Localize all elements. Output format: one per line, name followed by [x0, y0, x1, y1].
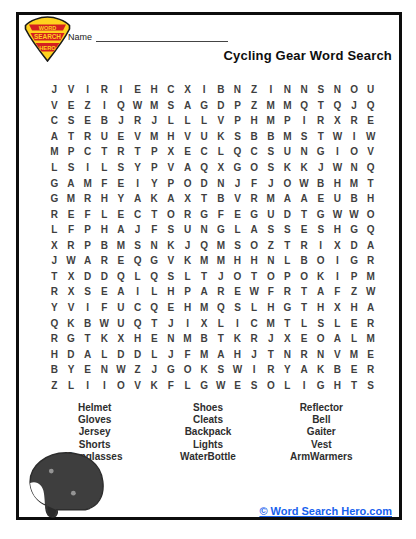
- grid-letter[interactable]: X: [113, 331, 130, 347]
- grid-letter[interactable]: P: [79, 238, 96, 254]
- grid-letter[interactable]: U: [113, 315, 130, 331]
- grid-letter[interactable]: O: [262, 269, 279, 285]
- grid-letter[interactable]: V: [362, 144, 379, 160]
- grid-letter[interactable]: M: [346, 346, 363, 362]
- grid-letter[interactable]: A: [212, 346, 229, 362]
- grid-letter[interactable]: J: [163, 346, 180, 362]
- grid-letter[interactable]: E: [163, 300, 180, 316]
- grid-letter[interactable]: V: [63, 82, 80, 98]
- grid-letter[interactable]: A: [329, 331, 346, 347]
- grid-letter[interactable]: H: [329, 377, 346, 393]
- grid-letter[interactable]: G: [346, 222, 363, 238]
- grid-letter[interactable]: A: [362, 300, 379, 316]
- grid-letter[interactable]: S: [129, 238, 146, 254]
- grid-letter[interactable]: R: [79, 129, 96, 145]
- grid-letter[interactable]: X: [329, 113, 346, 129]
- name-blank-line[interactable]: [96, 31, 228, 42]
- grid-letter[interactable]: Z: [246, 82, 263, 98]
- grid-letter[interactable]: O: [312, 331, 329, 347]
- grid-letter[interactable]: K: [146, 191, 163, 207]
- grid-letter[interactable]: T: [279, 238, 296, 254]
- grid-letter[interactable]: L: [46, 160, 63, 176]
- grid-letter[interactable]: L: [212, 144, 229, 160]
- grid-letter[interactable]: N: [163, 331, 180, 347]
- grid-letter[interactable]: M: [262, 113, 279, 129]
- grid-letter[interactable]: S: [262, 222, 279, 238]
- grid-letter[interactable]: M: [212, 253, 229, 269]
- grid-letter[interactable]: L: [96, 346, 113, 362]
- grid-letter[interactable]: M: [262, 191, 279, 207]
- grid-letter[interactable]: V: [179, 129, 196, 145]
- grid-letter[interactable]: P: [79, 222, 96, 238]
- grid-letter[interactable]: A: [246, 222, 263, 238]
- grid-letter[interactable]: T: [146, 315, 163, 331]
- grid-letter[interactable]: C: [246, 144, 263, 160]
- grid-letter[interactable]: G: [312, 144, 329, 160]
- grid-letter[interactable]: Q: [362, 222, 379, 238]
- grid-letter[interactable]: E: [96, 284, 113, 300]
- grid-letter[interactable]: O: [163, 206, 180, 222]
- grid-letter[interactable]: P: [279, 269, 296, 285]
- grid-letter[interactable]: T: [362, 175, 379, 191]
- grid-letter[interactable]: Q: [46, 315, 63, 331]
- grid-letter[interactable]: I: [312, 238, 329, 254]
- grid-letter[interactable]: Z: [262, 238, 279, 254]
- grid-letter[interactable]: H: [46, 346, 63, 362]
- grid-letter[interactable]: S: [312, 82, 329, 98]
- grid-letter[interactable]: O: [179, 362, 196, 378]
- grid-letter[interactable]: P: [179, 284, 196, 300]
- grid-letter[interactable]: F: [179, 346, 196, 362]
- grid-letter[interactable]: P: [146, 160, 163, 176]
- grid-letter[interactable]: B: [196, 331, 213, 347]
- grid-letter[interactable]: H: [362, 191, 379, 207]
- grid-letter[interactable]: I: [296, 377, 313, 393]
- grid-letter[interactable]: E: [63, 206, 80, 222]
- grid-letter[interactable]: C: [46, 113, 63, 129]
- grid-letter[interactable]: I: [113, 82, 130, 98]
- grid-letter[interactable]: U: [262, 206, 279, 222]
- grid-letter[interactable]: A: [296, 191, 313, 207]
- grid-letter[interactable]: L: [196, 113, 213, 129]
- grid-letter[interactable]: H: [129, 331, 146, 347]
- grid-letter[interactable]: R: [46, 284, 63, 300]
- grid-letter[interactable]: I: [129, 284, 146, 300]
- grid-letter[interactable]: R: [279, 284, 296, 300]
- grid-letter[interactable]: W: [229, 362, 246, 378]
- grid-letter[interactable]: P: [279, 113, 296, 129]
- grid-letter[interactable]: K: [279, 160, 296, 176]
- grid-letter[interactable]: A: [179, 98, 196, 114]
- grid-letter[interactable]: P: [346, 269, 363, 285]
- grid-letter[interactable]: Y: [63, 362, 80, 378]
- grid-letter[interactable]: A: [312, 284, 329, 300]
- grid-letter[interactable]: F: [329, 284, 346, 300]
- grid-letter[interactable]: G: [246, 206, 263, 222]
- grid-letter[interactable]: H: [329, 222, 346, 238]
- grid-letter[interactable]: E: [362, 346, 379, 362]
- grid-letter[interactable]: B: [346, 191, 363, 207]
- grid-letter[interactable]: E: [79, 113, 96, 129]
- grid-letter[interactable]: L: [179, 113, 196, 129]
- grid-letter[interactable]: I: [329, 269, 346, 285]
- grid-letter[interactable]: Q: [196, 238, 213, 254]
- grid-letter[interactable]: U: [362, 82, 379, 98]
- grid-letter[interactable]: F: [146, 222, 163, 238]
- grid-letter[interactable]: E: [113, 206, 130, 222]
- grid-letter[interactable]: L: [279, 253, 296, 269]
- grid-letter[interactable]: S: [362, 377, 379, 393]
- grid-letter[interactable]: U: [96, 129, 113, 145]
- grid-letter[interactable]: X: [196, 315, 213, 331]
- grid-letter[interactable]: T: [346, 377, 363, 393]
- grid-letter[interactable]: H: [246, 113, 263, 129]
- grid-letter[interactable]: N: [279, 346, 296, 362]
- grid-letter[interactable]: E: [113, 175, 130, 191]
- grid-letter[interactable]: I: [229, 315, 246, 331]
- grid-letter[interactable]: J: [46, 82, 63, 98]
- grid-letter[interactable]: X: [179, 191, 196, 207]
- grid-letter[interactable]: T: [312, 129, 329, 145]
- grid-letter[interactable]: J: [179, 238, 196, 254]
- grid-letter[interactable]: I: [196, 82, 213, 98]
- grid-letter[interactable]: B: [329, 362, 346, 378]
- grid-letter[interactable]: I: [79, 377, 96, 393]
- grid-letter[interactable]: M: [362, 331, 379, 347]
- grid-letter[interactable]: G: [163, 362, 180, 378]
- grid-letter[interactable]: U: [329, 191, 346, 207]
- grid-letter[interactable]: L: [296, 315, 313, 331]
- grid-letter[interactable]: S: [212, 362, 229, 378]
- grid-letter[interactable]: J: [212, 269, 229, 285]
- grid-letter[interactable]: C: [196, 144, 213, 160]
- grid-letter[interactable]: S: [312, 222, 329, 238]
- grid-letter[interactable]: W: [329, 206, 346, 222]
- grid-letter[interactable]: N: [279, 82, 296, 98]
- grid-letter[interactable]: Q: [129, 315, 146, 331]
- grid-letter[interactable]: H: [229, 346, 246, 362]
- grid-letter[interactable]: K: [146, 377, 163, 393]
- grid-letter[interactable]: R: [46, 206, 63, 222]
- grid-letter[interactable]: P: [229, 113, 246, 129]
- grid-letter[interactable]: A: [46, 129, 63, 145]
- grid-letter[interactable]: G: [229, 160, 246, 176]
- grid-letter[interactable]: F: [63, 222, 80, 238]
- grid-letter[interactable]: G: [346, 253, 363, 269]
- grid-letter[interactable]: Q: [362, 98, 379, 114]
- grid-letter[interactable]: W: [96, 315, 113, 331]
- grid-letter[interactable]: N: [329, 82, 346, 98]
- grid-letter[interactable]: P: [163, 175, 180, 191]
- grid-letter[interactable]: A: [279, 191, 296, 207]
- grid-letter[interactable]: M: [63, 191, 80, 207]
- grid-letter[interactable]: R: [113, 144, 130, 160]
- grid-letter[interactable]: G: [63, 331, 80, 347]
- grid-letter[interactable]: S: [312, 315, 329, 331]
- grid-letter[interactable]: R: [296, 238, 313, 254]
- grid-letter[interactable]: E: [229, 377, 246, 393]
- grid-letter[interactable]: R: [246, 191, 263, 207]
- grid-letter[interactable]: X: [212, 160, 229, 176]
- grid-letter[interactable]: I: [79, 300, 96, 316]
- grid-letter[interactable]: D: [113, 346, 130, 362]
- grid-letter[interactable]: L: [96, 206, 113, 222]
- grid-letter[interactable]: I: [329, 144, 346, 160]
- grid-letter[interactable]: I: [262, 82, 279, 98]
- grid-letter[interactable]: K: [179, 253, 196, 269]
- grid-letter[interactable]: F: [79, 206, 96, 222]
- grid-letter[interactable]: B: [79, 315, 96, 331]
- grid-letter[interactable]: U: [196, 129, 213, 145]
- grid-letter[interactable]: L: [129, 269, 146, 285]
- grid-letter[interactable]: M: [196, 253, 213, 269]
- grid-letter[interactable]: K: [312, 362, 329, 378]
- grid-letter[interactable]: W: [113, 362, 130, 378]
- grid-letter[interactable]: X: [279, 331, 296, 347]
- grid-letter[interactable]: T: [296, 206, 313, 222]
- grid-letter[interactable]: S: [163, 98, 180, 114]
- grid-letter[interactable]: X: [179, 82, 196, 98]
- grid-letter[interactable]: W: [296, 175, 313, 191]
- grid-letter[interactable]: H: [163, 284, 180, 300]
- grid-letter[interactable]: S: [79, 284, 96, 300]
- grid-letter[interactable]: R: [362, 315, 379, 331]
- grid-letter[interactable]: C: [163, 82, 180, 98]
- grid-letter[interactable]: J: [262, 175, 279, 191]
- grid-letter[interactable]: X: [329, 238, 346, 254]
- grid-letter[interactable]: T: [212, 331, 229, 347]
- grid-letter[interactable]: D: [196, 175, 213, 191]
- letter-grid[interactable]: JVIRIEHCXIBNZINNSNOUVEZIQWMSAGDPZMMQTQJQ…: [46, 82, 379, 393]
- grid-letter[interactable]: N: [146, 238, 163, 254]
- grid-letter[interactable]: T: [146, 206, 163, 222]
- grid-letter[interactable]: I: [346, 129, 363, 145]
- grid-letter[interactable]: R: [362, 362, 379, 378]
- grid-letter[interactable]: Q: [146, 300, 163, 316]
- grid-letter[interactable]: K: [229, 331, 246, 347]
- grid-letter[interactable]: M: [146, 98, 163, 114]
- grid-letter[interactable]: K: [63, 315, 80, 331]
- grid-letter[interactable]: V: [163, 160, 180, 176]
- grid-letter[interactable]: M: [262, 98, 279, 114]
- grid-letter[interactable]: Q: [146, 269, 163, 285]
- grid-letter[interactable]: E: [296, 331, 313, 347]
- grid-letter[interactable]: O: [113, 377, 130, 393]
- grid-letter[interactable]: H: [96, 222, 113, 238]
- grid-letter[interactable]: T: [279, 315, 296, 331]
- grid-letter[interactable]: A: [296, 362, 313, 378]
- grid-letter[interactable]: V: [46, 98, 63, 114]
- grid-letter[interactable]: D: [212, 98, 229, 114]
- grid-letter[interactable]: B: [96, 238, 113, 254]
- grid-letter[interactable]: O: [279, 175, 296, 191]
- grid-letter[interactable]: X: [46, 238, 63, 254]
- grid-letter[interactable]: P: [146, 144, 163, 160]
- grid-letter[interactable]: R: [312, 113, 329, 129]
- grid-letter[interactable]: T: [196, 191, 213, 207]
- grid-letter[interactable]: V: [129, 129, 146, 145]
- grid-letter[interactable]: L: [146, 284, 163, 300]
- grid-letter[interactable]: S: [229, 300, 246, 316]
- grid-letter[interactable]: K: [163, 238, 180, 254]
- grid-letter[interactable]: E: [146, 331, 163, 347]
- grid-letter[interactable]: M: [279, 129, 296, 145]
- grid-letter[interactable]: S: [113, 160, 130, 176]
- grid-letter[interactable]: M: [79, 175, 96, 191]
- grid-letter[interactable]: M: [279, 98, 296, 114]
- grid-letter[interactable]: A: [63, 175, 80, 191]
- grid-letter[interactable]: J: [312, 160, 329, 176]
- grid-letter[interactable]: Q: [229, 144, 246, 160]
- grid-letter[interactable]: R: [129, 113, 146, 129]
- grid-letter[interactable]: G: [196, 206, 213, 222]
- grid-letter[interactable]: K: [212, 129, 229, 145]
- grid-letter[interactable]: A: [113, 222, 130, 238]
- grid-letter[interactable]: O: [312, 253, 329, 269]
- grid-letter[interactable]: R: [46, 331, 63, 347]
- grid-letter[interactable]: P: [229, 98, 246, 114]
- grid-letter[interactable]: S: [246, 377, 263, 393]
- grid-letter[interactable]: B: [312, 175, 329, 191]
- grid-letter[interactable]: S: [296, 129, 313, 145]
- grid-letter[interactable]: K: [312, 269, 329, 285]
- grid-letter[interactable]: Z: [246, 98, 263, 114]
- grid-letter[interactable]: Y: [146, 175, 163, 191]
- grid-letter[interactable]: L: [329, 315, 346, 331]
- grid-letter[interactable]: M: [46, 144, 63, 160]
- grid-letter[interactable]: S: [63, 113, 80, 129]
- grid-letter[interactable]: M: [146, 129, 163, 145]
- grid-letter[interactable]: Z: [129, 362, 146, 378]
- grid-letter[interactable]: F: [163, 377, 180, 393]
- grid-letter[interactable]: R: [362, 253, 379, 269]
- grid-letter[interactable]: N: [262, 253, 279, 269]
- grid-letter[interactable]: O: [229, 269, 246, 285]
- grid-letter[interactable]: L: [146, 346, 163, 362]
- grid-letter[interactable]: R: [63, 238, 80, 254]
- grid-letter[interactable]: B: [212, 82, 229, 98]
- grid-letter[interactable]: P: [63, 144, 80, 160]
- grid-letter[interactable]: Q: [196, 160, 213, 176]
- grid-letter[interactable]: T: [296, 300, 313, 316]
- grid-letter[interactable]: F: [96, 175, 113, 191]
- grid-letter[interactable]: Y: [279, 362, 296, 378]
- grid-letter[interactable]: L: [246, 300, 263, 316]
- grid-letter[interactable]: L: [179, 269, 196, 285]
- grid-letter[interactable]: J: [46, 253, 63, 269]
- grid-letter[interactable]: E: [113, 253, 130, 269]
- grid-letter[interactable]: S: [229, 238, 246, 254]
- grid-letter[interactable]: B: [96, 113, 113, 129]
- grid-letter[interactable]: V: [63, 300, 80, 316]
- grid-letter[interactable]: U: [113, 300, 130, 316]
- grid-letter[interactable]: I: [96, 98, 113, 114]
- grid-letter[interactable]: G: [212, 222, 229, 238]
- grid-letter[interactable]: S: [63, 160, 80, 176]
- grid-letter[interactable]: O: [246, 160, 263, 176]
- grid-letter[interactable]: N: [196, 222, 213, 238]
- grid-letter[interactable]: W: [329, 160, 346, 176]
- grid-letter[interactable]: N: [212, 175, 229, 191]
- grid-letter[interactable]: S: [229, 129, 246, 145]
- grid-letter[interactable]: K: [196, 362, 213, 378]
- grid-letter[interactable]: U: [179, 222, 196, 238]
- grid-letter[interactable]: A: [79, 346, 96, 362]
- grid-letter[interactable]: W: [362, 129, 379, 145]
- word-search-hero-link[interactable]: © Word Search Hero.com: [259, 505, 392, 517]
- grid-letter[interactable]: J: [146, 362, 163, 378]
- grid-letter[interactable]: L: [179, 377, 196, 393]
- grid-letter[interactable]: E: [79, 362, 96, 378]
- grid-letter[interactable]: H: [346, 300, 363, 316]
- grid-letter[interactable]: J: [346, 98, 363, 114]
- grid-letter[interactable]: T: [129, 144, 146, 160]
- grid-letter[interactable]: T: [63, 129, 80, 145]
- grid-letter[interactable]: O: [179, 175, 196, 191]
- grid-letter[interactable]: O: [296, 269, 313, 285]
- grid-letter[interactable]: I: [96, 377, 113, 393]
- grid-letter[interactable]: F: [96, 300, 113, 316]
- grid-letter[interactable]: R: [96, 253, 113, 269]
- grid-letter[interactable]: M: [196, 300, 213, 316]
- grid-letter[interactable]: U: [279, 144, 296, 160]
- grid-letter[interactable]: B: [296, 253, 313, 269]
- grid-letter[interactable]: W: [246, 284, 263, 300]
- grid-letter[interactable]: G: [312, 206, 329, 222]
- grid-letter[interactable]: B: [246, 129, 263, 145]
- grid-letter[interactable]: S: [163, 269, 180, 285]
- grid-letter[interactable]: R: [246, 331, 263, 347]
- grid-letter[interactable]: T: [96, 144, 113, 160]
- grid-letter[interactable]: O: [362, 206, 379, 222]
- grid-letter[interactable]: M: [179, 331, 196, 347]
- grid-letter[interactable]: X: [163, 144, 180, 160]
- grid-letter[interactable]: Q: [113, 269, 130, 285]
- grid-letter[interactable]: E: [346, 362, 363, 378]
- grid-letter[interactable]: Q: [362, 160, 379, 176]
- grid-letter[interactable]: T: [196, 269, 213, 285]
- grid-letter[interactable]: F: [246, 175, 263, 191]
- grid-letter[interactable]: C: [129, 206, 146, 222]
- grid-letter[interactable]: N: [96, 362, 113, 378]
- grid-letter[interactable]: A: [129, 191, 146, 207]
- grid-letter[interactable]: Y: [113, 191, 130, 207]
- grid-letter[interactable]: R: [96, 82, 113, 98]
- grid-letter[interactable]: L: [279, 377, 296, 393]
- grid-letter[interactable]: M: [113, 238, 130, 254]
- grid-letter[interactable]: O: [346, 144, 363, 160]
- grid-letter[interactable]: I: [246, 362, 263, 378]
- grid-letter[interactable]: I: [329, 253, 346, 269]
- grid-letter[interactable]: E: [229, 206, 246, 222]
- grid-letter[interactable]: K: [96, 331, 113, 347]
- grid-letter[interactable]: G: [46, 175, 63, 191]
- grid-letter[interactable]: E: [129, 82, 146, 98]
- grid-letter[interactable]: H: [262, 300, 279, 316]
- grid-letter[interactable]: G: [196, 377, 213, 393]
- grid-letter[interactable]: W: [362, 284, 379, 300]
- grid-letter[interactable]: J: [113, 113, 130, 129]
- grid-letter[interactable]: N: [346, 160, 363, 176]
- grid-letter[interactable]: Q: [129, 253, 146, 269]
- grid-letter[interactable]: G: [46, 191, 63, 207]
- grid-letter[interactable]: M: [362, 269, 379, 285]
- grid-letter[interactable]: T: [246, 269, 263, 285]
- grid-letter[interactable]: W: [63, 253, 80, 269]
- grid-letter[interactable]: A: [79, 253, 96, 269]
- grid-letter[interactable]: E: [63, 98, 80, 114]
- grid-letter[interactable]: C: [129, 300, 146, 316]
